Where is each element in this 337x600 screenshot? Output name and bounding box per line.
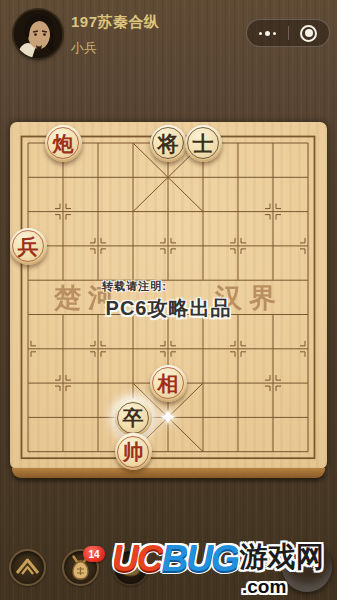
avatar-portrait-icon — [14, 10, 62, 58]
chevron-up-icon — [11, 551, 44, 584]
sparkle-effect: ✦ — [153, 403, 183, 433]
reward-count-badge: 14 — [83, 546, 105, 562]
reward-bag-button[interactable]: 14 — [62, 549, 99, 586]
more-dots-icon — [257, 31, 277, 36]
piece-red-general[interactable]: 帅 — [115, 433, 152, 470]
piece-black-advisor[interactable]: 士 — [185, 125, 222, 162]
level-info: 197苏秦合纵 小兵 — [71, 13, 160, 57]
exit-miniprogram-button[interactable] — [289, 20, 330, 46]
app-screen: 197苏秦合纵 小兵 楚河 汉界 转载请注明: PC6攻略出品 炮将士兵相卒帅✦ — [0, 0, 337, 600]
pieces-layer: 炮将士兵相卒帅✦ — [11, 126, 326, 469]
piece-black-general[interactable]: 将 — [150, 125, 187, 162]
player-rank: 小兵 — [71, 39, 160, 57]
xiangqi-board[interactable]: 楚河 汉界 转载请注明: PC6攻略出品 炮将士兵相卒帅✦ — [10, 122, 327, 469]
treasure-button[interactable] — [112, 549, 149, 586]
expand-menu-button[interactable] — [9, 549, 46, 586]
piece-red-elephant[interactable]: 相 — [150, 365, 187, 402]
bottom-bar: 14 — [0, 538, 337, 600]
more-options-button[interactable] — [247, 20, 288, 46]
piece-black-pawn[interactable]: 卒 — [115, 399, 152, 436]
top-bar: 197苏秦合纵 小兵 — [0, 0, 337, 75]
coins-icon — [114, 551, 147, 584]
game-menu-orb[interactable] — [282, 542, 332, 592]
player-avatar[interactable] — [14, 10, 62, 58]
exit-circle-icon — [300, 25, 317, 42]
piece-red-cannon[interactable]: 炮 — [45, 125, 82, 162]
wechat-capsule — [246, 19, 330, 47]
level-title: 197苏秦合纵 — [71, 13, 160, 32]
piece-red-pawn[interactable]: 兵 — [10, 228, 47, 265]
